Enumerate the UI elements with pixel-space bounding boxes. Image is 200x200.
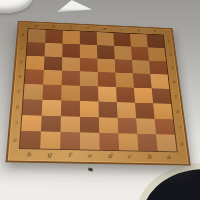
square-a6 [153, 103, 173, 119]
square-h5 [23, 84, 43, 100]
square-a5 [152, 88, 171, 103]
square-a3 [149, 60, 168, 74]
square-a2 [148, 47, 166, 61]
debris-speck [88, 167, 94, 171]
square-d8 [99, 133, 119, 150]
square-c8 [118, 134, 138, 151]
square-e2 [80, 44, 98, 58]
square-e6 [80, 101, 99, 117]
square-c6 [117, 102, 136, 118]
square-d6 [98, 101, 117, 117]
square-g6 [42, 100, 62, 116]
square-d1 [97, 32, 114, 46]
square-e1 [80, 31, 97, 45]
square-g2 [44, 43, 62, 57]
square-h6 [22, 99, 42, 115]
square-d4 [98, 72, 116, 87]
square-b3 [132, 60, 150, 74]
square-e5 [80, 86, 99, 102]
square-c7 [118, 117, 138, 134]
square-b8 [137, 134, 157, 151]
square-g8 [40, 132, 60, 149]
square-f2 [62, 43, 80, 57]
square-e4 [80, 71, 98, 86]
square-f8 [60, 132, 80, 149]
file-label: d [100, 151, 120, 163]
square-h8 [20, 131, 41, 148]
square-h4 [25, 69, 44, 84]
square-d3 [97, 58, 115, 72]
square-b2 [131, 46, 149, 60]
file-label: a [158, 152, 179, 164]
square-c2 [114, 46, 132, 60]
file-label: f [59, 150, 79, 162]
square-h7 [21, 115, 42, 132]
square-f3 [62, 57, 80, 72]
square-a4 [150, 74, 169, 89]
square-f7 [61, 116, 80, 133]
square-h1 [28, 29, 46, 43]
file-label: g [39, 149, 60, 161]
square-e7 [80, 116, 99, 133]
square-b1 [130, 34, 148, 48]
square-g5 [42, 85, 61, 101]
square-b7 [136, 118, 156, 134]
square-b4 [133, 73, 152, 88]
file-label: c [119, 151, 139, 163]
square-a7 [155, 118, 175, 134]
square-d7 [99, 117, 119, 134]
square-c1 [113, 33, 131, 47]
square-e3 [80, 58, 98, 73]
square-a1 [147, 34, 165, 47]
square-f4 [62, 71, 80, 86]
square-c4 [115, 73, 134, 88]
photo-scene: hgfedcba 12345678 12345678 hgfedcba [0, 0, 200, 200]
square-f5 [61, 85, 80, 101]
chess-board: hgfedcba 12345678 12345678 hgfedcba [5, 21, 190, 166]
file-label: b [139, 152, 160, 164]
square-g4 [43, 70, 62, 85]
plate [0, 0, 32, 13]
square-f1 [63, 31, 80, 45]
file-label: e [80, 150, 100, 162]
square-f6 [61, 100, 80, 116]
square-b5 [134, 88, 153, 103]
square-h3 [26, 55, 45, 70]
square-d5 [98, 86, 117, 101]
square-a8 [156, 134, 177, 151]
board-grid [19, 28, 178, 152]
square-g1 [45, 30, 63, 44]
square-g3 [44, 56, 62, 71]
square-h2 [27, 42, 46, 56]
square-e8 [80, 133, 100, 150]
square-g7 [41, 115, 61, 132]
square-d2 [97, 45, 115, 59]
square-c5 [116, 87, 135, 102]
square-c3 [115, 59, 133, 73]
napkin-triangle [57, 0, 92, 12]
file-label: h [18, 149, 39, 161]
square-b6 [135, 103, 155, 119]
